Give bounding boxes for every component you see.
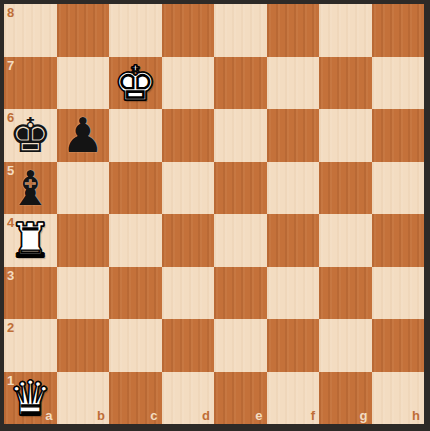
square-g7[interactable] bbox=[319, 57, 372, 110]
file-label-g: g bbox=[360, 409, 368, 422]
file-label-f: f bbox=[311, 409, 315, 422]
square-e8[interactable] bbox=[214, 4, 267, 57]
square-b8[interactable] bbox=[57, 4, 110, 57]
file-label-h: h bbox=[412, 409, 420, 422]
square-c3[interactable] bbox=[109, 267, 162, 320]
square-g1[interactable]: g bbox=[319, 372, 372, 425]
square-a7[interactable]: 7 bbox=[4, 57, 57, 110]
rank-label-2: 2 bbox=[7, 321, 14, 334]
square-e1[interactable]: e bbox=[214, 372, 267, 425]
square-f4[interactable] bbox=[267, 214, 320, 267]
square-h7[interactable] bbox=[372, 57, 425, 110]
square-b1[interactable]: b bbox=[57, 372, 110, 425]
square-b5[interactable] bbox=[57, 162, 110, 215]
square-d7[interactable] bbox=[162, 57, 215, 110]
square-b7[interactable] bbox=[57, 57, 110, 110]
square-f8[interactable] bbox=[267, 4, 320, 57]
square-a1[interactable]: 1a♛ bbox=[4, 372, 57, 425]
square-d4[interactable] bbox=[162, 214, 215, 267]
square-c7[interactable]: ♚ bbox=[109, 57, 162, 110]
square-f7[interactable] bbox=[267, 57, 320, 110]
square-h4[interactable] bbox=[372, 214, 425, 267]
piece-black-king[interactable]: ♚ bbox=[4, 109, 57, 162]
square-c5[interactable] bbox=[109, 162, 162, 215]
square-b6[interactable]: ♟ bbox=[57, 109, 110, 162]
square-e7[interactable] bbox=[214, 57, 267, 110]
square-h6[interactable] bbox=[372, 109, 425, 162]
rank-label-8: 8 bbox=[7, 6, 14, 19]
square-d8[interactable] bbox=[162, 4, 215, 57]
square-f3[interactable] bbox=[267, 267, 320, 320]
piece-white-rook[interactable]: ♜ bbox=[4, 214, 57, 267]
square-g2[interactable] bbox=[319, 319, 372, 372]
square-f2[interactable] bbox=[267, 319, 320, 372]
square-a5[interactable]: 5♝ bbox=[4, 162, 57, 215]
file-label-d: d bbox=[202, 409, 210, 422]
square-f5[interactable] bbox=[267, 162, 320, 215]
rank-label-3: 3 bbox=[7, 269, 14, 282]
square-h5[interactable] bbox=[372, 162, 425, 215]
square-d3[interactable] bbox=[162, 267, 215, 320]
square-a2[interactable]: 2 bbox=[4, 319, 57, 372]
square-g4[interactable] bbox=[319, 214, 372, 267]
square-f6[interactable] bbox=[267, 109, 320, 162]
square-h8[interactable] bbox=[372, 4, 425, 57]
piece-white-queen[interactable]: ♛ bbox=[4, 372, 57, 425]
file-label-c: c bbox=[150, 409, 157, 422]
square-a6[interactable]: 6♚ bbox=[4, 109, 57, 162]
square-g3[interactable] bbox=[319, 267, 372, 320]
square-e6[interactable] bbox=[214, 109, 267, 162]
square-b4[interactable] bbox=[57, 214, 110, 267]
file-label-b: b bbox=[97, 409, 105, 422]
square-d5[interactable] bbox=[162, 162, 215, 215]
square-e5[interactable] bbox=[214, 162, 267, 215]
square-h3[interactable] bbox=[372, 267, 425, 320]
square-b2[interactable] bbox=[57, 319, 110, 372]
square-d6[interactable] bbox=[162, 109, 215, 162]
square-c8[interactable] bbox=[109, 4, 162, 57]
square-h2[interactable] bbox=[372, 319, 425, 372]
square-c4[interactable] bbox=[109, 214, 162, 267]
piece-black-pawn[interactable]: ♟ bbox=[57, 109, 110, 162]
square-c1[interactable]: c bbox=[109, 372, 162, 425]
square-e2[interactable] bbox=[214, 319, 267, 372]
square-c2[interactable] bbox=[109, 319, 162, 372]
square-f1[interactable]: f bbox=[267, 372, 320, 425]
square-e4[interactable] bbox=[214, 214, 267, 267]
square-a3[interactable]: 3 bbox=[4, 267, 57, 320]
square-g6[interactable] bbox=[319, 109, 372, 162]
chess-board: 87♚6♚♟5♝4♜321a♛bcdefgh bbox=[4, 4, 424, 424]
file-label-e: e bbox=[255, 409, 262, 422]
square-g8[interactable] bbox=[319, 4, 372, 57]
rank-label-7: 7 bbox=[7, 59, 14, 72]
piece-white-king[interactable]: ♚ bbox=[109, 57, 162, 110]
square-g5[interactable] bbox=[319, 162, 372, 215]
square-d1[interactable]: d bbox=[162, 372, 215, 425]
square-e3[interactable] bbox=[214, 267, 267, 320]
square-a8[interactable]: 8 bbox=[4, 4, 57, 57]
square-a4[interactable]: 4♜ bbox=[4, 214, 57, 267]
board-frame: 87♚6♚♟5♝4♜321a♛bcdefgh bbox=[0, 0, 430, 431]
square-b3[interactable] bbox=[57, 267, 110, 320]
square-d2[interactable] bbox=[162, 319, 215, 372]
square-h1[interactable]: h bbox=[372, 372, 425, 425]
square-c6[interactable] bbox=[109, 109, 162, 162]
piece-black-bishop[interactable]: ♝ bbox=[4, 162, 57, 215]
